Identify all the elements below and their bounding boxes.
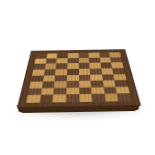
square-c2 bbox=[53, 88, 66, 95]
square-d1 bbox=[65, 95, 78, 103]
photo-background bbox=[0, 0, 155, 155]
square-e4 bbox=[78, 74, 90, 80]
square-d3 bbox=[66, 81, 78, 88]
square-h1 bbox=[117, 94, 132, 102]
square-b8 bbox=[46, 53, 57, 58]
square-f1 bbox=[91, 94, 105, 102]
square-g1 bbox=[104, 94, 118, 102]
square-g6 bbox=[100, 63, 112, 69]
square-c1 bbox=[52, 95, 66, 103]
square-f7 bbox=[88, 58, 99, 63]
square-e2 bbox=[78, 87, 91, 94]
square-f4 bbox=[90, 74, 102, 80]
square-e1 bbox=[78, 94, 91, 102]
chess-board bbox=[17, 49, 141, 108]
square-h7 bbox=[110, 57, 122, 62]
square-a1 bbox=[26, 95, 40, 103]
square-c5 bbox=[55, 69, 67, 75]
square-c8 bbox=[56, 53, 67, 58]
board-perspective-wrapper bbox=[0, 0, 155, 155]
square-a4 bbox=[30, 75, 43, 81]
square-d5 bbox=[66, 69, 78, 75]
square-b6 bbox=[44, 64, 56, 70]
square-h3 bbox=[114, 80, 128, 87]
square-b1 bbox=[39, 95, 53, 103]
square-a2 bbox=[27, 88, 41, 95]
square-e7 bbox=[78, 58, 89, 63]
square-a7 bbox=[34, 58, 46, 63]
squares-grid bbox=[26, 52, 132, 103]
